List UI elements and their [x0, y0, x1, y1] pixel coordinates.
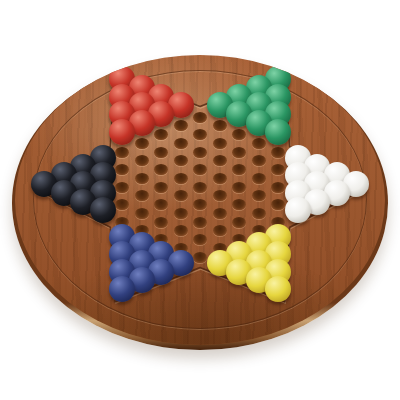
- hole[interactable]: [271, 164, 285, 175]
- hole[interactable]: [252, 155, 266, 166]
- marble-red[interactable]: [109, 119, 135, 145]
- hole[interactable]: [193, 217, 207, 228]
- hole[interactable]: [135, 155, 149, 166]
- hole[interactable]: [213, 225, 227, 236]
- hole[interactable]: [193, 164, 207, 175]
- hole[interactable]: [193, 129, 207, 140]
- hole[interactable]: [154, 129, 168, 140]
- hole[interactable]: [135, 190, 149, 201]
- hole[interactable]: [174, 208, 188, 219]
- marble-white[interactable]: [285, 197, 311, 223]
- marble-blue[interactable]: [109, 276, 135, 302]
- hole[interactable]: [115, 199, 129, 210]
- hole[interactable]: [193, 252, 207, 263]
- hole[interactable]: [193, 199, 207, 210]
- photo-background: [0, 0, 400, 400]
- hole[interactable]: [252, 138, 266, 149]
- hole[interactable]: [213, 138, 227, 149]
- hole[interactable]: [271, 147, 285, 158]
- marble-green[interactable]: [265, 119, 291, 145]
- marble-black[interactable]: [90, 197, 116, 223]
- hole[interactable]: [115, 164, 129, 175]
- chinese-checkers-board: [15, 55, 385, 345]
- hole[interactable]: [213, 208, 227, 219]
- hole[interactable]: [213, 155, 227, 166]
- holes-layer: [15, 55, 385, 345]
- hole[interactable]: [232, 199, 246, 210]
- marble-yellow[interactable]: [265, 276, 291, 302]
- hole[interactable]: [213, 173, 227, 184]
- hole[interactable]: [174, 138, 188, 149]
- hole[interactable]: [135, 138, 149, 149]
- hole[interactable]: [174, 120, 188, 131]
- hole[interactable]: [135, 208, 149, 219]
- hole[interactable]: [271, 182, 285, 193]
- hole[interactable]: [154, 217, 168, 228]
- hole[interactable]: [193, 147, 207, 158]
- hole[interactable]: [174, 225, 188, 236]
- hole[interactable]: [213, 190, 227, 201]
- hole[interactable]: [213, 120, 227, 131]
- hole[interactable]: [252, 173, 266, 184]
- hole[interactable]: [252, 208, 266, 219]
- hole[interactable]: [154, 147, 168, 158]
- hole[interactable]: [193, 182, 207, 193]
- hole[interactable]: [135, 173, 149, 184]
- hole[interactable]: [271, 199, 285, 210]
- hole[interactable]: [232, 182, 246, 193]
- hole[interactable]: [154, 182, 168, 193]
- hole[interactable]: [115, 147, 129, 158]
- hole[interactable]: [252, 190, 266, 201]
- hole[interactable]: [232, 147, 246, 158]
- hole[interactable]: [174, 173, 188, 184]
- hole[interactable]: [232, 217, 246, 228]
- hole[interactable]: [154, 164, 168, 175]
- hole[interactable]: [193, 234, 207, 245]
- hole[interactable]: [174, 155, 188, 166]
- hole[interactable]: [232, 129, 246, 140]
- hole[interactable]: [115, 182, 129, 193]
- hole[interactable]: [174, 190, 188, 201]
- hole[interactable]: [232, 164, 246, 175]
- hole[interactable]: [154, 199, 168, 210]
- hole[interactable]: [193, 112, 207, 123]
